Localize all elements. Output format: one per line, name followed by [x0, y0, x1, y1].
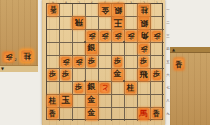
board-cell-3二[interactable] [125, 17, 138, 30]
shogi-piece-歩[interactable]: 歩 [139, 57, 149, 67]
rank-label-5: 五 [166, 59, 169, 63]
piece-kanji: 桂 [127, 84, 135, 92]
shogi-piece-桂[interactable]: 桂 [47, 95, 58, 106]
shogi-piece-桂[interactable]: 桂 [138, 4, 149, 15]
sente-hand-stand: 香 [170, 47, 210, 125]
shogi-piece-金[interactable]: 金 [86, 108, 97, 120]
shogi-piece-香[interactable]: 香 [48, 108, 58, 119]
shogi-piece-角[interactable]: 角 [138, 30, 150, 42]
shogi-piece-玉[interactable]: 玉 [60, 94, 72, 107]
board-cell-3八[interactable] [125, 95, 138, 108]
rank-label-8: 八 [166, 98, 169, 102]
piece-kanji: 香 [49, 6, 56, 13]
piece-kanji: 歩 [6, 54, 13, 61]
file-label-9: 9 [51, 0, 53, 4]
piece-kanji: 歩 [101, 32, 108, 39]
shogi-piece-歩[interactable]: 歩 [100, 31, 110, 41]
board-cell-8七[interactable] [60, 82, 73, 95]
rank-label-1: 一 [166, 7, 169, 11]
shogi-piece-金[interactable]: 金 [86, 95, 97, 107]
sente-indicator: ▲ [172, 48, 175, 52]
shogi-piece-歩[interactable]: 歩 [74, 57, 84, 67]
shogi-piece-歩[interactable]: 歩 [74, 83, 84, 93]
board-cell-1四[interactable] [151, 43, 164, 56]
board-cell-5二[interactable] [99, 17, 112, 30]
board-cell-7九[interactable] [73, 108, 86, 121]
board-cell-1八[interactable] [151, 95, 164, 108]
shogi-piece-飛[interactable]: 飛 [138, 69, 150, 81]
board-cell-1二[interactable] [151, 17, 164, 30]
board-cell-5八[interactable] [99, 95, 112, 108]
piece-kanji: 金 [88, 97, 96, 105]
piece-kanji: 桂 [23, 52, 31, 60]
piece-kanji: 銀 [88, 45, 96, 53]
piece-kanji: と [101, 84, 108, 91]
piece-kanji: 歩 [140, 58, 147, 65]
board-cell-8九[interactable] [60, 108, 73, 121]
board-cell-5九[interactable] [99, 108, 112, 121]
piece-kanji: 歩 [127, 32, 134, 39]
board-cell-4七[interactable] [112, 82, 125, 95]
board-cell-5五[interactable] [99, 56, 112, 69]
board-cell-9七[interactable] [47, 82, 60, 95]
piece-kanji: 金 [101, 6, 109, 14]
piece-kanji: 歩 [49, 71, 56, 78]
piece-kanji: 歩 [140, 45, 147, 52]
piece-kanji: 王 [113, 18, 122, 27]
shogi-piece-馬[interactable]: 馬 [138, 108, 150, 120]
shogi-piece-歩[interactable]: 歩 [61, 57, 71, 67]
piece-kanji: 歩 [88, 32, 95, 39]
board-cell-6一[interactable] [86, 4, 99, 17]
piece-kanji: 金 [88, 110, 96, 118]
rank-label-4: 四 [166, 46, 169, 50]
rank-label-2: 二 [166, 20, 169, 24]
board-cell-3六[interactable] [125, 69, 138, 82]
board-cell-7八[interactable] [73, 95, 86, 108]
board-cell-2八[interactable] [138, 95, 151, 108]
shogi-piece-銀[interactable]: 銀 [86, 82, 97, 94]
board-cell-7四[interactable] [73, 43, 86, 56]
board-cell-3五[interactable] [125, 56, 138, 69]
board-cell-3四[interactable] [125, 43, 138, 56]
board-cell-6六[interactable] [86, 69, 99, 82]
shogi-piece-王[interactable]: 王 [112, 16, 124, 29]
piece-kanji: 歩 [62, 71, 69, 78]
shogi-piece-歩[interactable]: 歩 [61, 70, 71, 80]
shogi-piece-銀[interactable]: 銀 [112, 4, 123, 16]
board-cell-9四[interactable] [47, 43, 60, 56]
sente-stand-shelf [170, 47, 210, 53]
board-cell-1一[interactable] [151, 4, 164, 17]
file-label-7: 7 [77, 0, 79, 4]
gote-hand-stand: 歩2桂 [0, 0, 38, 72]
piece-kanji: 玉 [61, 96, 70, 105]
shogi-piece-銀[interactable]: 銀 [86, 43, 97, 55]
board-cell-8三[interactable] [60, 30, 73, 43]
piece-kanji: 桂 [49, 97, 57, 105]
shogi-piece-銀[interactable]: 銀 [138, 17, 149, 29]
board-cell-9五[interactable] [47, 56, 60, 69]
star-point [123, 41, 125, 43]
board-cell-1七[interactable] [151, 82, 164, 95]
shogi-piece-桂[interactable]: 桂 [22, 51, 33, 62]
board-cell-8四[interactable] [60, 43, 73, 56]
board-cell-5四[interactable] [99, 43, 112, 56]
file-label-3: 3 [129, 0, 131, 4]
shogi-piece-桂[interactable]: 桂 [125, 82, 136, 93]
piece-kanji: 歩 [75, 58, 82, 65]
piece-kanji: 歩 [153, 32, 160, 39]
piece-kanji: 銀 [88, 84, 96, 92]
shogi-piece-と[interactable]: と [100, 83, 110, 93]
board-cell-6二[interactable] [86, 17, 99, 30]
board-cell-9三[interactable] [47, 30, 60, 43]
board-cell-4四[interactable] [112, 43, 125, 56]
shogi-piece-歩[interactable]: 歩 [87, 31, 97, 41]
shogi-piece-歩[interactable]: 歩 [152, 70, 162, 80]
gote-indicator: ▲ [1, 67, 4, 71]
piece-kanji: 歩 [88, 58, 95, 65]
shogi-piece-香[interactable]: 香 [48, 4, 58, 15]
piece-kanji: 角 [139, 31, 147, 39]
shogi-piece-歩[interactable]: 歩 [139, 44, 149, 54]
rank-label-7: 七 [166, 85, 169, 89]
file-label-1: 1 [155, 0, 157, 4]
star-point [123, 80, 125, 82]
shogi-piece-歩[interactable]: 歩 [113, 31, 123, 41]
board-cell-5六[interactable] [99, 69, 112, 82]
board-cell-1五[interactable] [151, 56, 164, 69]
file-label-6: 6 [90, 0, 92, 4]
piece-kanji: 金 [114, 71, 122, 79]
piece-kanji: 馬 [139, 109, 147, 117]
gote-stand-shelf [0, 65, 38, 72]
shogi-board: 987654321 一二三四五六七八九 香金銀桂飛王銀歩歩歩歩角歩銀歩歩歩歩歩歩… [42, 0, 165, 125]
piece-kanji: 銀 [114, 6, 122, 14]
shogi-piece-香[interactable]: 香 [152, 108, 162, 119]
shogi-piece-歩[interactable]: 歩 [48, 70, 58, 80]
rank-label-9: 九 [166, 111, 169, 115]
piece-kanji: 歩 [114, 32, 121, 39]
rank-label-3: 三 [166, 33, 169, 37]
piece-kanji: 香 [49, 110, 56, 117]
board-cell-9二[interactable] [47, 17, 60, 30]
board-cell-8二[interactable] [60, 17, 73, 30]
shogi-app-screen: 歩2桂 ▲ 香 ▲ 987654321 一二三四五六七八九 香金銀桂飛王銀歩歩歩… [0, 0, 210, 125]
shogi-piece-歩[interactable]: 歩 [152, 31, 162, 41]
shogi-piece-歩[interactable]: 歩 [126, 31, 136, 41]
shogi-piece-飛[interactable]: 飛 [73, 17, 85, 29]
piece-kanji: 香 [175, 60, 182, 67]
piece-kanji: 歩 [62, 58, 69, 65]
star-point [84, 80, 86, 82]
star-point [84, 41, 86, 43]
piece-kanji: 銀 [140, 19, 148, 27]
shogi-piece-歩[interactable]: 歩 [87, 57, 97, 67]
board-cell-2七[interactable] [138, 82, 151, 95]
board-cell-3九[interactable] [125, 108, 138, 121]
board-cell-3一[interactable] [125, 4, 138, 17]
file-label-8: 8 [64, 0, 66, 4]
board-cell-8一[interactable] [60, 4, 73, 17]
piece-kanji: 飛 [74, 18, 82, 26]
board-cell-4九[interactable] [112, 108, 125, 121]
piece-kanji: 歩 [114, 58, 121, 65]
piece-kanji: 桂 [140, 6, 148, 14]
file-label-2: 2 [142, 0, 144, 4]
shogi-piece-歩[interactable]: 歩 [4, 52, 14, 62]
shogi-piece-金[interactable]: 金 [99, 4, 110, 16]
piece-kanji: 歩 [153, 71, 160, 78]
shogi-piece-香[interactable]: 香 [174, 59, 184, 70]
shogi-piece-金[interactable]: 金 [112, 69, 123, 81]
board-cell-7一[interactable] [73, 4, 86, 17]
piece-kanji: 香 [153, 110, 160, 117]
shogi-piece-歩[interactable]: 歩 [113, 57, 123, 67]
piece-kanji: 歩 [75, 84, 82, 91]
rank-label-6: 六 [166, 72, 169, 76]
board-cell-4八[interactable] [112, 95, 125, 108]
hand-piece-count: 2 [14, 57, 16, 62]
piece-kanji: 飛 [139, 70, 147, 78]
